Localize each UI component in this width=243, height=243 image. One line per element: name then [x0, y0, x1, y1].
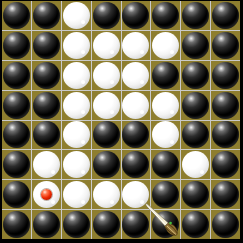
- cell-e3[interactable]: [122, 61, 151, 90]
- cell-a1[interactable]: [2, 1, 31, 30]
- cell-b2[interactable]: [32, 31, 61, 60]
- black-stone: [212, 211, 239, 238]
- white-stone: [93, 92, 120, 119]
- cell-e7[interactable]: [122, 180, 151, 209]
- black-stone: [93, 211, 120, 238]
- cell-c7[interactable]: [62, 180, 91, 209]
- black-stone: [152, 62, 179, 89]
- cell-g7[interactable]: [181, 180, 210, 209]
- white-stone: [63, 62, 90, 89]
- white-stone: [122, 181, 149, 208]
- cell-h7[interactable]: [211, 180, 240, 209]
- cell-d5[interactable]: [92, 121, 121, 150]
- board: [2, 1, 240, 239]
- cell-h3[interactable]: [211, 61, 240, 90]
- cell-c3[interactable]: [62, 61, 91, 90]
- white-stone: [93, 32, 120, 59]
- cell-e2[interactable]: [122, 31, 151, 60]
- cell-e6[interactable]: [122, 150, 151, 179]
- cell-f1[interactable]: [151, 1, 180, 30]
- cell-f8[interactable]: [151, 210, 180, 239]
- cell-g3[interactable]: [181, 61, 210, 90]
- cell-f2[interactable]: [151, 31, 180, 60]
- white-stone: [33, 151, 60, 178]
- black-stone: [212, 62, 239, 89]
- cell-g4[interactable]: [181, 91, 210, 120]
- white-stone: [63, 2, 90, 29]
- cell-b5[interactable]: [32, 121, 61, 150]
- black-stone: [3, 151, 30, 178]
- black-stone: [182, 181, 209, 208]
- black-stone: [212, 92, 239, 119]
- black-stone: [3, 32, 30, 59]
- white-stone: [63, 121, 90, 148]
- cell-d8[interactable]: [92, 210, 121, 239]
- white-stone: [93, 181, 120, 208]
- black-stone: [212, 151, 239, 178]
- cell-b4[interactable]: [32, 91, 61, 120]
- cell-a5[interactable]: [2, 121, 31, 150]
- cell-h8[interactable]: [211, 210, 240, 239]
- black-stone: [152, 211, 179, 238]
- black-stone: [93, 121, 120, 148]
- black-stone: [212, 32, 239, 59]
- cell-c1[interactable]: [62, 1, 91, 30]
- cell-b8[interactable]: [32, 210, 61, 239]
- cell-f4[interactable]: [151, 91, 180, 120]
- cell-a7[interactable]: [2, 180, 31, 209]
- cell-b7[interactable]: [32, 180, 61, 209]
- cell-a8[interactable]: [2, 210, 31, 239]
- cell-g2[interactable]: [181, 31, 210, 60]
- cell-d6[interactable]: [92, 150, 121, 179]
- black-stone: [152, 181, 179, 208]
- cell-e5[interactable]: [122, 121, 151, 150]
- cell-h2[interactable]: [211, 31, 240, 60]
- black-stone: [93, 151, 120, 178]
- black-stone: [3, 181, 30, 208]
- game-window: [0, 0, 243, 243]
- black-stone: [212, 2, 239, 29]
- cell-d4[interactable]: [92, 91, 121, 120]
- cell-g6[interactable]: [181, 150, 210, 179]
- cell-d2[interactable]: [92, 31, 121, 60]
- cell-b6[interactable]: [32, 150, 61, 179]
- black-stone: [152, 2, 179, 29]
- black-stone: [182, 62, 209, 89]
- cell-a6[interactable]: [2, 150, 31, 179]
- black-stone: [152, 151, 179, 178]
- cell-c5[interactable]: [62, 121, 91, 150]
- cell-h6[interactable]: [211, 150, 240, 179]
- cell-h4[interactable]: [211, 91, 240, 120]
- black-stone: [33, 211, 60, 238]
- black-stone: [3, 92, 30, 119]
- black-stone: [63, 211, 90, 238]
- black-stone: [122, 2, 149, 29]
- black-stone: [3, 2, 30, 29]
- black-stone: [182, 121, 209, 148]
- cell-c4[interactable]: [62, 91, 91, 120]
- black-stone: [122, 151, 149, 178]
- cell-h1[interactable]: [211, 1, 240, 30]
- cell-a4[interactable]: [2, 91, 31, 120]
- last-move-marker: [41, 189, 52, 200]
- cell-g8[interactable]: [181, 210, 210, 239]
- white-stone: [93, 62, 120, 89]
- black-stone: [3, 62, 30, 89]
- black-stone: [33, 62, 60, 89]
- white-stone: [63, 181, 90, 208]
- cell-f3[interactable]: [151, 61, 180, 90]
- cell-b1[interactable]: [32, 1, 61, 30]
- cell-b3[interactable]: [32, 61, 61, 90]
- cell-f7[interactable]: [151, 180, 180, 209]
- cell-e1[interactable]: [122, 1, 151, 30]
- black-stone: [122, 121, 149, 148]
- black-stone: [122, 211, 149, 238]
- white-stone: [122, 92, 149, 119]
- white-stone: [152, 32, 179, 59]
- white-stone: [152, 92, 179, 119]
- cell-e4[interactable]: [122, 91, 151, 120]
- cell-c6[interactable]: [62, 150, 91, 179]
- cell-g5[interactable]: [181, 121, 210, 150]
- cell-a3[interactable]: [2, 61, 31, 90]
- white-stone: [152, 121, 179, 148]
- white-stone: [122, 62, 149, 89]
- white-stone: [63, 92, 90, 119]
- black-stone: [93, 2, 120, 29]
- cell-e8[interactable]: [122, 210, 151, 239]
- cell-c8[interactable]: [62, 210, 91, 239]
- black-stone: [212, 121, 239, 148]
- black-stone: [182, 2, 209, 29]
- black-stone: [33, 2, 60, 29]
- cell-g1[interactable]: [181, 1, 210, 30]
- black-stone: [33, 121, 60, 148]
- black-stone: [212, 181, 239, 208]
- black-stone: [33, 32, 60, 59]
- cell-d7[interactable]: [92, 180, 121, 209]
- black-stone: [33, 92, 60, 119]
- cell-d3[interactable]: [92, 61, 121, 90]
- cell-c2[interactable]: [62, 31, 91, 60]
- white-stone: [182, 151, 209, 178]
- cell-a2[interactable]: [2, 31, 31, 60]
- cell-f5[interactable]: [151, 121, 180, 150]
- cell-d1[interactable]: [92, 1, 121, 30]
- cell-f6[interactable]: [151, 150, 180, 179]
- white-stone: [122, 32, 149, 59]
- black-stone: [182, 92, 209, 119]
- cell-h5[interactable]: [211, 121, 240, 150]
- black-stone: [3, 211, 30, 238]
- black-stone: [182, 211, 209, 238]
- black-stone: [3, 121, 30, 148]
- white-stone: [63, 32, 90, 59]
- black-stone: [182, 32, 209, 59]
- white-stone: [63, 151, 90, 178]
